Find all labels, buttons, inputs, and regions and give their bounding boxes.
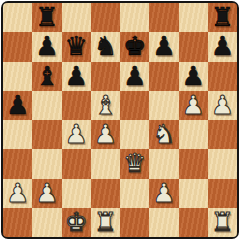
- piece-white-rook-h1[interactable]: ♜: [211, 208, 234, 237]
- square-h6[interactable]: [208, 62, 237, 91]
- piece-black-pawn-g6[interactable]: ♟: [181, 62, 204, 91]
- square-b8[interactable]: ♜: [32, 3, 61, 32]
- piece-white-pawn-g5[interactable]: ♟: [181, 91, 204, 120]
- square-f1[interactable]: [149, 208, 178, 237]
- square-g5[interactable]: ♟: [179, 91, 208, 120]
- square-e6[interactable]: ♟: [120, 62, 149, 91]
- square-e3[interactable]: ♛: [120, 149, 149, 178]
- square-c4[interactable]: ♟: [62, 120, 91, 149]
- square-g6[interactable]: ♟: [179, 62, 208, 91]
- piece-black-pawn-c6[interactable]: ♟: [64, 62, 87, 91]
- piece-black-pawn-b7[interactable]: ♟: [35, 32, 58, 61]
- square-c5[interactable]: [62, 91, 91, 120]
- square-e8[interactable]: [120, 3, 149, 32]
- square-d3[interactable]: [91, 149, 120, 178]
- piece-white-pawn-d4[interactable]: ♟: [94, 120, 117, 149]
- piece-white-pawn-f2[interactable]: ♟: [152, 179, 175, 208]
- square-f8[interactable]: [149, 3, 178, 32]
- screenshot-stage: ♜♜♟♛♞♚♟♟♝♟♟♟♟♝♟♟♟♟♞♛♟♟♟♚♜♜: [0, 0, 240, 240]
- square-h2[interactable]: [208, 179, 237, 208]
- piece-black-king-e7[interactable]: ♚: [123, 32, 146, 61]
- piece-white-knight-f4[interactable]: ♞: [152, 120, 175, 149]
- square-a1[interactable]: [3, 208, 32, 237]
- square-c3[interactable]: [62, 149, 91, 178]
- square-a3[interactable]: [3, 149, 32, 178]
- square-a5[interactable]: ♟: [3, 91, 32, 120]
- square-h7[interactable]: ♟: [208, 32, 237, 61]
- chess-board-frame: ♜♜♟♛♞♚♟♟♝♟♟♟♟♝♟♟♟♟♞♛♟♟♟♚♜♜: [1, 1, 239, 239]
- square-g1[interactable]: [179, 208, 208, 237]
- square-b3[interactable]: [32, 149, 61, 178]
- square-b1[interactable]: [32, 208, 61, 237]
- square-a8[interactable]: [3, 3, 32, 32]
- piece-black-pawn-e6[interactable]: ♟: [123, 62, 146, 91]
- piece-black-pawn-h7[interactable]: ♟: [211, 32, 234, 61]
- square-b2[interactable]: ♟: [32, 179, 61, 208]
- piece-black-rook-b8[interactable]: ♜: [35, 3, 58, 32]
- square-d1[interactable]: ♜: [91, 208, 120, 237]
- square-d4[interactable]: ♟: [91, 120, 120, 149]
- square-b5[interactable]: [32, 91, 61, 120]
- square-c2[interactable]: [62, 179, 91, 208]
- square-c8[interactable]: [62, 3, 91, 32]
- square-h5[interactable]: ♟: [208, 91, 237, 120]
- square-e1[interactable]: [120, 208, 149, 237]
- square-h4[interactable]: [208, 120, 237, 149]
- piece-white-king-c1[interactable]: ♚: [64, 208, 87, 237]
- piece-black-knight-d7[interactable]: ♞: [94, 32, 117, 61]
- square-b4[interactable]: [32, 120, 61, 149]
- square-a4[interactable]: [3, 120, 32, 149]
- square-g8[interactable]: [179, 3, 208, 32]
- square-d6[interactable]: [91, 62, 120, 91]
- square-h8[interactable]: ♜: [208, 3, 237, 32]
- square-d5[interactable]: ♝: [91, 91, 120, 120]
- square-c1[interactable]: ♚: [62, 208, 91, 237]
- piece-black-pawn-a5[interactable]: ♟: [6, 91, 29, 120]
- piece-white-pawn-b2[interactable]: ♟: [35, 179, 58, 208]
- square-e2[interactable]: [120, 179, 149, 208]
- piece-white-bishop-d5[interactable]: ♝: [94, 91, 117, 120]
- piece-black-queen-c7[interactable]: ♛: [64, 32, 87, 61]
- square-f4[interactable]: ♞: [149, 120, 178, 149]
- square-h3[interactable]: [208, 149, 237, 178]
- square-f5[interactable]: [149, 91, 178, 120]
- square-e5[interactable]: [120, 91, 149, 120]
- square-a2[interactable]: ♟: [3, 179, 32, 208]
- piece-black-rook-h8[interactable]: ♜: [211, 3, 234, 32]
- square-f7[interactable]: ♟: [149, 32, 178, 61]
- square-d7[interactable]: ♞: [91, 32, 120, 61]
- square-e4[interactable]: [120, 120, 149, 149]
- square-c7[interactable]: ♛: [62, 32, 91, 61]
- square-h1[interactable]: ♜: [208, 208, 237, 237]
- square-e7[interactable]: ♚: [120, 32, 149, 61]
- square-a7[interactable]: [3, 32, 32, 61]
- chess-board-grid: ♜♜♟♛♞♚♟♟♝♟♟♟♟♝♟♟♟♟♞♛♟♟♟♚♜♜: [3, 3, 237, 237]
- square-g7[interactable]: [179, 32, 208, 61]
- square-b6[interactable]: ♝: [32, 62, 61, 91]
- square-d8[interactable]: [91, 3, 120, 32]
- square-c6[interactable]: ♟: [62, 62, 91, 91]
- piece-black-bishop-b6[interactable]: ♝: [35, 62, 58, 91]
- square-g4[interactable]: [179, 120, 208, 149]
- square-d2[interactable]: [91, 179, 120, 208]
- square-g3[interactable]: [179, 149, 208, 178]
- square-f2[interactable]: ♟: [149, 179, 178, 208]
- piece-white-pawn-a2[interactable]: ♟: [6, 179, 29, 208]
- piece-white-rook-d1[interactable]: ♜: [94, 208, 117, 237]
- piece-white-queen-e3[interactable]: ♛: [123, 149, 146, 178]
- square-b7[interactable]: ♟: [32, 32, 61, 61]
- piece-white-pawn-c4[interactable]: ♟: [64, 120, 87, 149]
- square-a6[interactable]: [3, 62, 32, 91]
- square-g2[interactable]: [179, 179, 208, 208]
- square-f3[interactable]: [149, 149, 178, 178]
- square-f6[interactable]: [149, 62, 178, 91]
- piece-white-pawn-h5[interactable]: ♟: [211, 91, 234, 120]
- piece-black-pawn-f7[interactable]: ♟: [152, 32, 175, 61]
